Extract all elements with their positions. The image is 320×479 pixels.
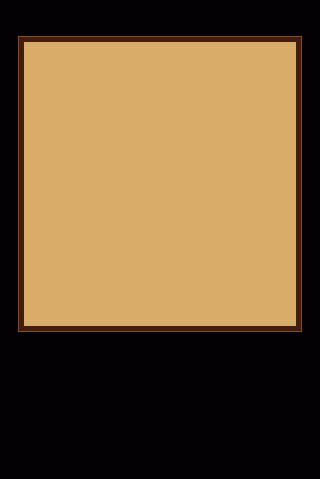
book-cover: [0, 0, 320, 479]
chess-board-frame: [19, 37, 301, 331]
chess-board: [26, 44, 290, 324]
book-title: [0, 0, 320, 32]
